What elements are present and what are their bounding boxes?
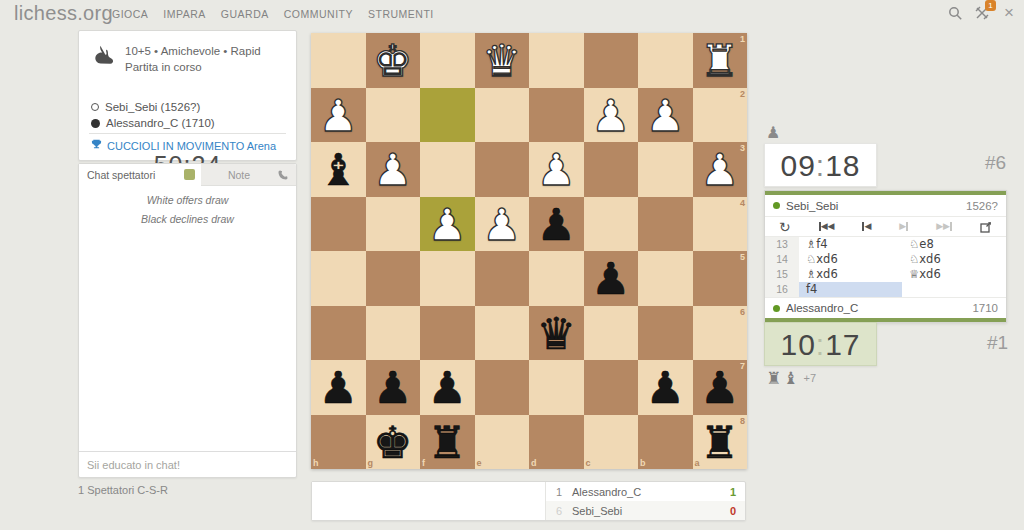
square-g8[interactable]: ♚g bbox=[366, 415, 421, 470]
black-player-name: Alessandro_C bbox=[786, 302, 858, 314]
move-panel: Sebi_Sebi 1526? ↻ ◀◀ ◀ ▶ ▶▶ 13♗f4♘e814♘x… bbox=[764, 190, 1007, 323]
standings-list: 1Alessandro_C16Sebi_Sebi0 bbox=[546, 482, 745, 520]
chat-input-wrap bbox=[79, 451, 296, 477]
square-b1[interactable] bbox=[638, 33, 693, 88]
rapid-rabbit-icon bbox=[90, 43, 117, 74]
black-pawn[interactable]: ♟ bbox=[693, 360, 748, 415]
white-player-row[interactable]: Sebi_Sebi 1526? bbox=[765, 195, 1006, 216]
standings-row[interactable]: 1Alessandro_C1 bbox=[546, 482, 745, 501]
move-number: 13 bbox=[765, 237, 799, 252]
square-c5[interactable]: ♟ bbox=[584, 251, 639, 306]
captured-by-white: ♟ bbox=[766, 123, 782, 142]
challenges-icon[interactable]: 1 bbox=[973, 4, 991, 22]
square-f7[interactable]: ♟ bbox=[420, 360, 475, 415]
white-king[interactable]: ♚ bbox=[366, 33, 421, 88]
move-number: 15 bbox=[765, 267, 799, 282]
square-d4[interactable]: ♟ bbox=[529, 197, 584, 252]
square-c1[interactable] bbox=[584, 33, 639, 88]
white-pawn[interactable]: ♟ bbox=[366, 142, 421, 197]
standings-rank: 6 bbox=[546, 505, 572, 517]
game-info-box: 10+5 • Amichevole • Rapid Partita in cor… bbox=[78, 30, 297, 161]
black-move[interactable]: ♘e8 bbox=[902, 237, 1006, 252]
chess-board: ♚♛♜1♟♟♟2♝♟♟♟3♟♟♟4♟5♛6♟♟♟♟♟7h♚g♜fedcb♜8a bbox=[311, 33, 747, 469]
game-status: Partita in corso bbox=[125, 61, 202, 73]
standings-name: Sebi_Sebi bbox=[572, 505, 717, 517]
file-label: h bbox=[313, 458, 319, 468]
file-label: b bbox=[640, 458, 646, 468]
white-pawn[interactable]: ♟ bbox=[420, 197, 475, 252]
white-pawn[interactable]: ♟ bbox=[693, 142, 748, 197]
standings-score: 1 bbox=[717, 486, 745, 498]
square-d3[interactable]: ♟ bbox=[529, 142, 584, 197]
square-h8[interactable]: h bbox=[311, 415, 366, 470]
online-dot bbox=[773, 202, 780, 209]
black-pawn[interactable]: ♟ bbox=[366, 360, 421, 415]
top-nav: lichess.org GIOCAIMPARAGUARDACOMMUNITYST… bbox=[0, 0, 1024, 28]
chat-box: Chat spettatori Note White offers drawBl… bbox=[78, 163, 297, 478]
square-b7[interactable]: ♟ bbox=[638, 360, 693, 415]
analysis-board-icon[interactable] bbox=[980, 221, 992, 233]
square-c6[interactable] bbox=[584, 306, 639, 361]
move-list: 13♗f4♘e814♘xd6♘xd615♗xd6♕xd616f4 bbox=[765, 237, 1006, 297]
chat-message: White offers draw bbox=[79, 194, 296, 206]
square-e5[interactable] bbox=[475, 251, 530, 306]
square-c7[interactable] bbox=[584, 360, 639, 415]
square-h4[interactable] bbox=[311, 197, 366, 252]
square-a6[interactable]: 6 bbox=[693, 306, 748, 361]
first-move-button[interactable]: ◀◀ bbox=[819, 222, 835, 231]
white-move[interactable]: ♘xd6 bbox=[799, 252, 902, 267]
square-a5[interactable]: 5 bbox=[693, 251, 748, 306]
square-f6[interactable] bbox=[420, 306, 475, 361]
square-h5[interactable] bbox=[311, 251, 366, 306]
white-pawn[interactable]: ♟ bbox=[529, 142, 584, 197]
standings-row[interactable]: 6Sebi_Sebi0 bbox=[546, 501, 745, 520]
file-label: g bbox=[368, 458, 374, 468]
file-label: d bbox=[531, 458, 537, 468]
time-control: 10+5 • Amichevole • Rapid bbox=[125, 45, 261, 57]
chat-input[interactable] bbox=[79, 452, 296, 477]
standings-score: 0 bbox=[717, 505, 745, 517]
square-g7[interactable]: ♟ bbox=[366, 360, 421, 415]
tab-chat-spettatori[interactable]: Chat spettatori bbox=[79, 164, 201, 186]
next-move-button[interactable]: ▶ bbox=[899, 222, 908, 231]
tab-note[interactable]: Note bbox=[201, 169, 277, 181]
square-f3[interactable] bbox=[420, 142, 475, 197]
black-pawn[interactable]: ♟ bbox=[584, 251, 639, 306]
black-pawn[interactable]: ♟ bbox=[638, 360, 693, 415]
square-d1[interactable] bbox=[529, 33, 584, 88]
lichess-logo[interactable]: lichess.org bbox=[14, 2, 113, 25]
square-c3[interactable] bbox=[584, 142, 639, 197]
square-g1[interactable]: ♚ bbox=[366, 33, 421, 88]
move-number: 16 bbox=[765, 282, 799, 297]
rank-label: 1 bbox=[740, 34, 745, 44]
black-pawn[interactable]: ♟ bbox=[420, 360, 475, 415]
phone-icon[interactable] bbox=[277, 169, 289, 181]
chat-message: Black declines draw bbox=[79, 213, 296, 225]
close-icon[interactable]: × bbox=[1000, 4, 1018, 22]
divider bbox=[89, 133, 286, 134]
search-icon[interactable] bbox=[946, 4, 964, 22]
black-rook[interactable]: ♜ bbox=[693, 415, 748, 470]
main-menu: GIOCAIMPARAGUARDACOMMUNITYSTRUMENTI bbox=[112, 0, 434, 28]
square-h2[interactable]: ♟ bbox=[311, 88, 366, 143]
white-move[interactable]: ♗f4 bbox=[799, 237, 902, 252]
square-e3[interactable] bbox=[475, 142, 530, 197]
nav-item-guarda[interactable]: GUARDA bbox=[221, 8, 269, 20]
square-d6[interactable]: ♛ bbox=[529, 306, 584, 361]
white-pawn[interactable]: ♟ bbox=[475, 197, 530, 252]
rank-label: 2 bbox=[740, 89, 745, 99]
square-e4[interactable]: ♟ bbox=[475, 197, 530, 252]
last-move-button[interactable]: ▶▶ bbox=[936, 222, 952, 231]
square-e2[interactable] bbox=[475, 88, 530, 143]
square-c2[interactable]: ♟ bbox=[584, 88, 639, 143]
material-advantage: +7 bbox=[803, 372, 816, 384]
white-player-name: Sebi_Sebi bbox=[786, 200, 838, 212]
square-f8[interactable]: ♜f bbox=[420, 415, 475, 470]
square-d2[interactable] bbox=[529, 88, 584, 143]
standings-rank: 1 bbox=[546, 486, 572, 498]
nav-item-gioca[interactable]: GIOCA bbox=[112, 8, 148, 20]
chat-messages: White offers drawBlack declines draw bbox=[79, 194, 296, 232]
file-label: e bbox=[477, 458, 482, 468]
square-e6[interactable] bbox=[475, 306, 530, 361]
square-f1[interactable] bbox=[420, 33, 475, 88]
square-b3[interactable] bbox=[638, 142, 693, 197]
square-d7[interactable] bbox=[529, 360, 584, 415]
rank-label: 6 bbox=[740, 307, 745, 317]
black-king[interactable]: ♚ bbox=[366, 415, 421, 470]
black-clock: 10:17 bbox=[764, 322, 877, 366]
square-a2[interactable]: 2 bbox=[693, 88, 748, 143]
square-e8[interactable]: e bbox=[475, 415, 530, 470]
black-queen[interactable]: ♛ bbox=[529, 306, 584, 361]
square-g6[interactable] bbox=[366, 306, 421, 361]
square-c8[interactable]: c bbox=[584, 415, 639, 470]
nav-item-strumenti[interactable]: STRUMENTI bbox=[368, 8, 434, 20]
square-g3[interactable]: ♟ bbox=[366, 142, 421, 197]
move-number: 14 bbox=[765, 252, 799, 267]
square-h3[interactable]: ♝ bbox=[311, 142, 366, 197]
white-clock: 09:18 bbox=[764, 143, 877, 187]
black-pawn[interactable]: ♟ bbox=[529, 197, 584, 252]
square-a3[interactable]: ♟3 bbox=[693, 142, 748, 197]
square-f2[interactable] bbox=[420, 88, 475, 143]
square-h7[interactable]: ♟ bbox=[311, 360, 366, 415]
square-a8[interactable]: ♜8a bbox=[693, 415, 748, 470]
black-color-dot bbox=[91, 119, 100, 128]
file-label: c bbox=[586, 458, 591, 468]
file-label: a bbox=[695, 458, 700, 468]
move-row: 13♗f4♘e8 bbox=[765, 237, 1006, 252]
white-pawn[interactable]: ♟ bbox=[311, 88, 366, 143]
white-player-rating: 1526? bbox=[966, 200, 998, 212]
move-row: 14♘xd6♘xd6 bbox=[765, 252, 1006, 267]
square-e1[interactable]: ♛ bbox=[475, 33, 530, 88]
file-label: f bbox=[422, 458, 425, 468]
square-d5[interactable] bbox=[529, 251, 584, 306]
standings-name: Alessandro_C bbox=[572, 486, 717, 498]
white-player-line[interactable]: Sebi_Sebi (1526?) bbox=[91, 101, 200, 113]
white-pawn[interactable]: ♟ bbox=[584, 88, 639, 143]
white-tournament-rank: #6 bbox=[985, 152, 1006, 174]
square-h1[interactable] bbox=[311, 33, 366, 88]
move-row: 15♗xd6♕xd6 bbox=[765, 267, 1006, 282]
white-move[interactable]: f4 bbox=[799, 282, 902, 297]
square-h6[interactable] bbox=[311, 306, 366, 361]
black-pawn[interactable]: ♟ bbox=[311, 360, 366, 415]
white-color-dot bbox=[91, 103, 99, 111]
square-b6[interactable] bbox=[638, 306, 693, 361]
nav-item-impara[interactable]: IMPARA bbox=[163, 8, 205, 20]
square-b8[interactable]: b bbox=[638, 415, 693, 470]
tournament-standings-box: 1Alessandro_C16Sebi_Sebi0 bbox=[311, 481, 746, 521]
white-pawn[interactable]: ♟ bbox=[638, 88, 693, 143]
square-d8[interactable]: d bbox=[529, 415, 584, 470]
rank-label: 8 bbox=[740, 416, 745, 426]
black-bishop[interactable]: ♝ bbox=[311, 142, 366, 197]
square-g4[interactable] bbox=[366, 197, 421, 252]
square-a1[interactable]: ♜1 bbox=[693, 33, 748, 88]
black-player-line[interactable]: Alessandro_C (1710) bbox=[91, 117, 215, 129]
square-a7[interactable]: ♟7 bbox=[693, 360, 748, 415]
square-f5[interactable] bbox=[420, 251, 475, 306]
square-e7[interactable] bbox=[475, 360, 530, 415]
rank-label: 5 bbox=[740, 252, 745, 262]
black-rook[interactable]: ♜ bbox=[420, 415, 475, 470]
black-player-rating: 1710 bbox=[972, 302, 998, 314]
square-c4[interactable] bbox=[584, 197, 639, 252]
square-g2[interactable] bbox=[366, 88, 421, 143]
white-rook[interactable]: ♜ bbox=[693, 33, 748, 88]
online-dot bbox=[773, 305, 780, 312]
white-queen[interactable]: ♛ bbox=[475, 33, 530, 88]
rank-label: 3 bbox=[740, 143, 745, 153]
square-b4[interactable] bbox=[638, 197, 693, 252]
square-b5[interactable] bbox=[638, 251, 693, 306]
black-move[interactable]: ♘xd6 bbox=[902, 252, 1006, 267]
square-b2[interactable]: ♟ bbox=[638, 88, 693, 143]
rank-label: 4 bbox=[740, 198, 745, 208]
move-row: 16f4 bbox=[765, 282, 1006, 297]
chat-toggle[interactable] bbox=[184, 169, 195, 180]
notification-badge: 1 bbox=[985, 0, 996, 11]
prev-move-button[interactable]: ◀ bbox=[862, 222, 871, 231]
spectators-count: 1 Spettatori C-S-R bbox=[78, 484, 168, 496]
nav-item-community[interactable]: COMMUNITY bbox=[284, 8, 353, 20]
black-move[interactable] bbox=[902, 282, 1006, 297]
square-a4[interactable]: 4 bbox=[693, 197, 748, 252]
black-move[interactable]: ♕xd6 bbox=[902, 267, 1006, 282]
black-tournament-rank: #1 bbox=[987, 332, 1008, 354]
flip-board-icon[interactable]: ↻ bbox=[779, 220, 791, 234]
black-player-row[interactable]: Alessandro_C 1710 bbox=[765, 297, 1006, 318]
captured-by-black: ♜♝ +7 bbox=[766, 368, 816, 388]
standings-empty-pane bbox=[312, 482, 546, 520]
square-g5[interactable] bbox=[366, 251, 421, 306]
rank-label: 7 bbox=[740, 361, 745, 371]
replay-controls: ↻ ◀◀ ◀ ▶ ▶▶ bbox=[765, 216, 1006, 237]
square-f4[interactable]: ♟ bbox=[420, 197, 475, 252]
white-move[interactable]: ♗xd6 bbox=[799, 267, 902, 282]
